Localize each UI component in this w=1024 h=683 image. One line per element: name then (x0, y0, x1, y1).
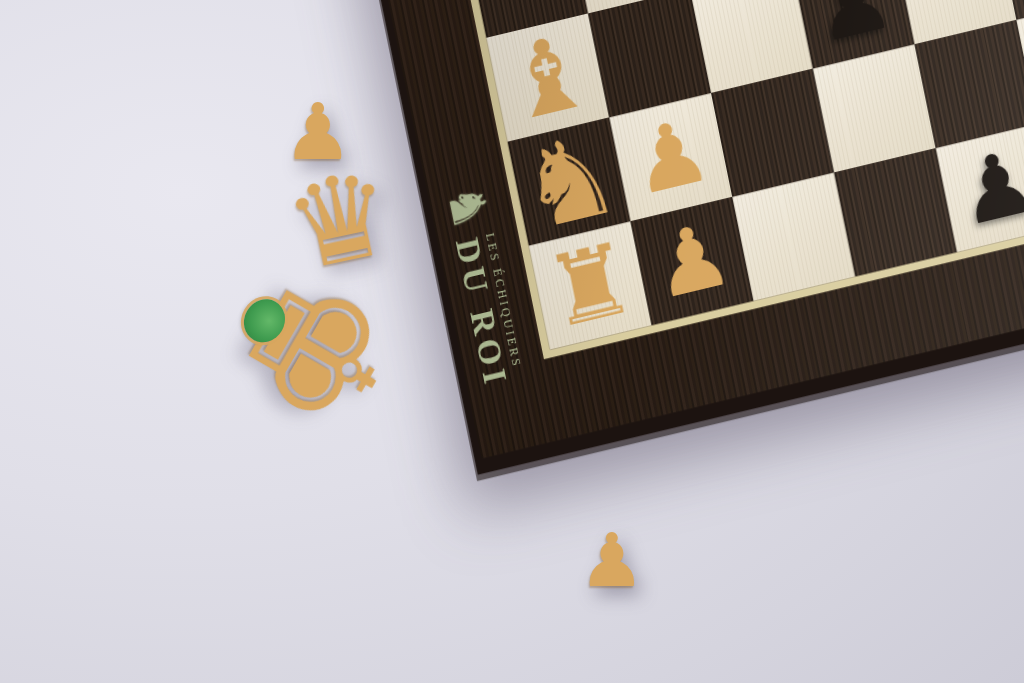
white-pawn-glyph: ♟ (579, 523, 645, 597)
square-e1 (834, 148, 957, 276)
square-h1 (529, 221, 652, 349)
square-g1 (631, 197, 754, 325)
loose-queen: ♛ (276, 151, 404, 288)
white-king-glyph: ♚ (208, 245, 429, 459)
square-d2 (915, 20, 1024, 148)
photo-scene: ♜♞♝♟♟♟♟ ♞ LES ÉCHIQUIERS DU ROI ♟♛♚♟ (0, 0, 1024, 683)
green-felt-base (236, 292, 293, 350)
loose-pawn-1: ♟ (283, 93, 353, 171)
white-queen-glyph: ♛ (276, 151, 404, 288)
square-f1 (732, 173, 855, 301)
loose-pawn-2: ♟ (579, 523, 645, 597)
fallen-king: ♚ (208, 245, 429, 459)
white-pawn-glyph: ♟ (283, 93, 353, 171)
knight-on-horseback-logo-icon: ♞ (439, 180, 496, 235)
chess-board: ♜♞♝♟♟♟♟ ♞ LES ÉCHIQUIERS DU ROI (276, 0, 1024, 458)
